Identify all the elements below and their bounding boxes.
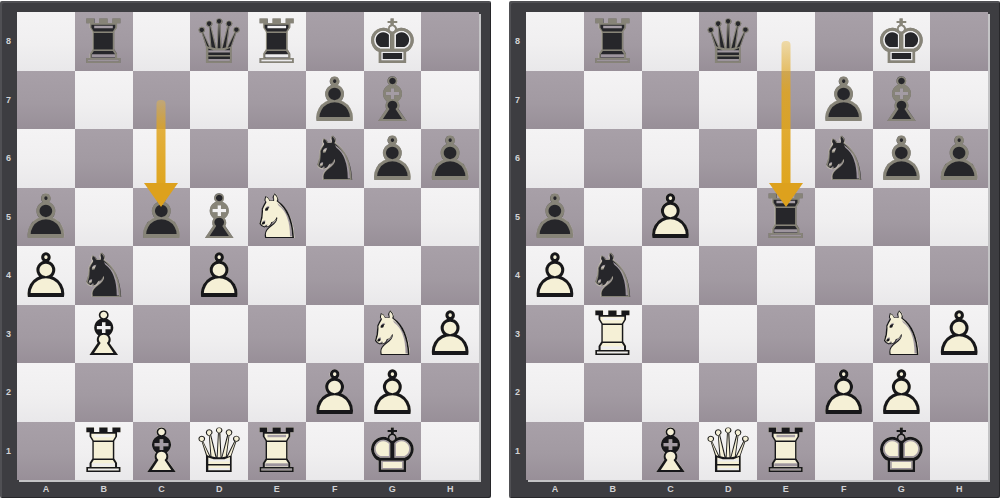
square-f5 bbox=[815, 188, 873, 247]
square-a2 bbox=[17, 363, 75, 422]
square-h2 bbox=[930, 363, 988, 422]
rank-labels: 87654321 bbox=[509, 12, 526, 480]
square-g2: ♟ bbox=[873, 363, 931, 422]
square-h2 bbox=[421, 363, 479, 422]
right-board: 87654321 ABCDEFGH ♜♛♚♟♝♞♟♟♟♟♜♟♞♜♞♟♟♟♝♛♜♚ bbox=[509, 1, 1000, 498]
square-d4: ♟ bbox=[190, 246, 248, 305]
rank-label: 4 bbox=[0, 246, 17, 305]
piece-white-rook: ♜ bbox=[248, 422, 306, 481]
piece-black-pawn: ♟ bbox=[873, 129, 931, 188]
square-h6: ♟ bbox=[930, 129, 988, 188]
move-arrow-shaft bbox=[157, 100, 166, 188]
square-f6: ♞ bbox=[306, 129, 364, 188]
square-e1: ♜ bbox=[248, 422, 306, 481]
square-d4 bbox=[699, 246, 757, 305]
square-a7 bbox=[17, 71, 75, 130]
square-h5 bbox=[421, 188, 479, 247]
square-a4: ♟ bbox=[526, 246, 584, 305]
piece-white-king: ♚ bbox=[364, 422, 422, 481]
square-c1: ♝ bbox=[133, 422, 191, 481]
square-f1 bbox=[815, 422, 873, 481]
square-h8 bbox=[930, 12, 988, 71]
square-d2 bbox=[699, 363, 757, 422]
square-g2: ♟ bbox=[364, 363, 422, 422]
chess-board-grid: ♜♛♜♚♟♝♞♟♟♟♟♝♞♟♞♟♝♞♟♟♟♜♝♛♜♚ bbox=[17, 12, 479, 480]
square-d8: ♛ bbox=[190, 12, 248, 71]
square-b5 bbox=[75, 188, 133, 247]
square-b3: ♜ bbox=[584, 305, 642, 364]
square-c1: ♝ bbox=[642, 422, 700, 481]
square-e6 bbox=[248, 129, 306, 188]
square-g7: ♝ bbox=[364, 71, 422, 130]
piece-white-pawn: ♟ bbox=[642, 188, 700, 247]
move-arrow-shaft bbox=[781, 41, 790, 187]
square-b1 bbox=[584, 422, 642, 481]
square-d5: ♝ bbox=[190, 188, 248, 247]
piece-black-queen: ♛ bbox=[699, 12, 757, 71]
piece-white-rook: ♜ bbox=[757, 422, 815, 481]
square-h1 bbox=[421, 422, 479, 481]
square-f2: ♟ bbox=[815, 363, 873, 422]
piece-white-pawn: ♟ bbox=[815, 363, 873, 422]
rank-label: 4 bbox=[509, 246, 526, 305]
square-g4 bbox=[364, 246, 422, 305]
diagram-pair: 87654321 ABCDEFGH ♜♛♜♚♟♝♞♟♟♟♟♝♞♟♞♟♝♞♟♟♟♜… bbox=[0, 0, 1000, 498]
piece-black-pawn: ♟ bbox=[17, 188, 75, 247]
square-c3 bbox=[642, 305, 700, 364]
rank-label: 1 bbox=[0, 422, 17, 481]
piece-black-pawn: ♟ bbox=[364, 129, 422, 188]
square-c2 bbox=[133, 363, 191, 422]
file-label: B bbox=[584, 480, 642, 498]
piece-white-knight: ♞ bbox=[364, 305, 422, 364]
piece-black-pawn: ♟ bbox=[421, 129, 479, 188]
square-c4 bbox=[133, 246, 191, 305]
square-a8 bbox=[526, 12, 584, 71]
square-d5 bbox=[699, 188, 757, 247]
square-f8 bbox=[815, 12, 873, 71]
rank-label: 2 bbox=[509, 363, 526, 422]
rank-label: 6 bbox=[0, 129, 17, 188]
square-d7 bbox=[699, 71, 757, 130]
file-label: H bbox=[421, 480, 479, 498]
rank-label: 3 bbox=[509, 305, 526, 364]
piece-black-pawn: ♟ bbox=[815, 71, 873, 130]
piece-white-knight: ♞ bbox=[873, 305, 931, 364]
rank-label: 2 bbox=[0, 363, 17, 422]
piece-black-queen: ♛ bbox=[190, 12, 248, 71]
piece-black-rook: ♜ bbox=[584, 12, 642, 71]
square-h3: ♟ bbox=[930, 305, 988, 364]
square-c5: ♟ bbox=[642, 188, 700, 247]
file-label: F bbox=[306, 480, 364, 498]
piece-white-rook: ♜ bbox=[584, 305, 642, 364]
square-f3 bbox=[815, 305, 873, 364]
piece-black-knight: ♞ bbox=[306, 129, 364, 188]
square-h7 bbox=[421, 71, 479, 130]
square-a6 bbox=[17, 129, 75, 188]
square-f7: ♟ bbox=[306, 71, 364, 130]
square-c4 bbox=[642, 246, 700, 305]
square-g3: ♞ bbox=[364, 305, 422, 364]
piece-black-rook: ♜ bbox=[248, 12, 306, 71]
rank-label: 8 bbox=[0, 12, 17, 71]
square-b8: ♜ bbox=[75, 12, 133, 71]
piece-white-bishop: ♝ bbox=[75, 305, 133, 364]
rank-labels: 87654321 bbox=[0, 12, 17, 480]
square-h4 bbox=[930, 246, 988, 305]
square-e4 bbox=[757, 246, 815, 305]
square-f3 bbox=[306, 305, 364, 364]
square-a5: ♟ bbox=[526, 188, 584, 247]
square-e1: ♜ bbox=[757, 422, 815, 481]
left-board: 87654321 ABCDEFGH ♜♛♜♚♟♝♞♟♟♟♟♝♞♟♞♟♝♞♟♟♟♜… bbox=[0, 1, 491, 498]
square-c7 bbox=[642, 71, 700, 130]
piece-white-queen: ♛ bbox=[190, 422, 248, 481]
square-g8: ♚ bbox=[364, 12, 422, 71]
piece-black-knight: ♞ bbox=[584, 246, 642, 305]
square-a8 bbox=[17, 12, 75, 71]
square-c3 bbox=[133, 305, 191, 364]
square-a1 bbox=[17, 422, 75, 481]
rank-label: 7 bbox=[509, 71, 526, 130]
square-a6 bbox=[526, 129, 584, 188]
square-d6 bbox=[190, 129, 248, 188]
square-f8 bbox=[306, 12, 364, 71]
square-b4: ♞ bbox=[584, 246, 642, 305]
square-b2 bbox=[584, 363, 642, 422]
piece-white-king: ♚ bbox=[873, 422, 931, 481]
square-e2 bbox=[248, 363, 306, 422]
square-b8: ♜ bbox=[584, 12, 642, 71]
square-a2 bbox=[526, 363, 584, 422]
piece-white-pawn: ♟ bbox=[17, 246, 75, 305]
square-d1: ♛ bbox=[699, 422, 757, 481]
rank-label: 5 bbox=[0, 188, 17, 247]
square-f4 bbox=[815, 246, 873, 305]
piece-black-knight: ♞ bbox=[815, 129, 873, 188]
piece-white-pawn: ♟ bbox=[190, 246, 248, 305]
square-e4 bbox=[248, 246, 306, 305]
move-arrow-head bbox=[769, 183, 803, 207]
square-a3 bbox=[17, 305, 75, 364]
piece-black-pawn: ♟ bbox=[930, 129, 988, 188]
square-g4 bbox=[873, 246, 931, 305]
square-f6: ♞ bbox=[815, 129, 873, 188]
piece-white-pawn: ♟ bbox=[306, 363, 364, 422]
square-g3: ♞ bbox=[873, 305, 931, 364]
piece-black-king: ♚ bbox=[873, 12, 931, 71]
piece-black-bishop: ♝ bbox=[873, 71, 931, 130]
piece-black-rook: ♜ bbox=[75, 12, 133, 71]
square-a3 bbox=[526, 305, 584, 364]
square-g6: ♟ bbox=[364, 129, 422, 188]
square-g7: ♝ bbox=[873, 71, 931, 130]
square-b1: ♜ bbox=[75, 422, 133, 481]
square-a4: ♟ bbox=[17, 246, 75, 305]
piece-white-pawn: ♟ bbox=[873, 363, 931, 422]
square-g5 bbox=[873, 188, 931, 247]
square-e8: ♜ bbox=[248, 12, 306, 71]
file-label: F bbox=[815, 480, 873, 498]
square-g1: ♚ bbox=[364, 422, 422, 481]
square-d8: ♛ bbox=[699, 12, 757, 71]
piece-white-pawn: ♟ bbox=[930, 305, 988, 364]
square-d2 bbox=[190, 363, 248, 422]
rank-label: 8 bbox=[509, 12, 526, 71]
square-h3: ♟ bbox=[421, 305, 479, 364]
rank-label: 1 bbox=[509, 422, 526, 481]
piece-white-bishop: ♝ bbox=[133, 422, 191, 481]
square-b6 bbox=[75, 129, 133, 188]
square-b2 bbox=[75, 363, 133, 422]
square-h5 bbox=[930, 188, 988, 247]
square-h1 bbox=[930, 422, 988, 481]
square-a5: ♟ bbox=[17, 188, 75, 247]
square-a7 bbox=[526, 71, 584, 130]
square-f5 bbox=[306, 188, 364, 247]
square-c2 bbox=[642, 363, 700, 422]
square-e3 bbox=[757, 305, 815, 364]
square-e7 bbox=[248, 71, 306, 130]
square-e5: ♞ bbox=[248, 188, 306, 247]
square-c6 bbox=[642, 129, 700, 188]
square-e3 bbox=[248, 305, 306, 364]
square-d3 bbox=[699, 305, 757, 364]
square-d1: ♛ bbox=[190, 422, 248, 481]
file-label: H bbox=[930, 480, 988, 498]
square-f1 bbox=[306, 422, 364, 481]
rank-label: 5 bbox=[509, 188, 526, 247]
square-b3: ♝ bbox=[75, 305, 133, 364]
square-b4: ♞ bbox=[75, 246, 133, 305]
piece-white-pawn: ♟ bbox=[526, 246, 584, 305]
square-h4 bbox=[421, 246, 479, 305]
piece-white-knight: ♞ bbox=[248, 188, 306, 247]
square-h8 bbox=[421, 12, 479, 71]
square-c8 bbox=[133, 12, 191, 71]
piece-white-pawn: ♟ bbox=[364, 363, 422, 422]
piece-black-bishop: ♝ bbox=[364, 71, 422, 130]
square-h6: ♟ bbox=[421, 129, 479, 188]
rank-label: 7 bbox=[0, 71, 17, 130]
square-h7 bbox=[930, 71, 988, 130]
piece-black-bishop: ♝ bbox=[190, 188, 248, 247]
rank-label: 6 bbox=[509, 129, 526, 188]
square-f7: ♟ bbox=[815, 71, 873, 130]
piece-black-knight: ♞ bbox=[75, 246, 133, 305]
move-arrow-head bbox=[144, 183, 178, 207]
square-e2 bbox=[757, 363, 815, 422]
rank-label: 3 bbox=[0, 305, 17, 364]
square-g5 bbox=[364, 188, 422, 247]
square-b7 bbox=[75, 71, 133, 130]
square-g6: ♟ bbox=[873, 129, 931, 188]
square-d3 bbox=[190, 305, 248, 364]
square-g8: ♚ bbox=[873, 12, 931, 71]
square-d7 bbox=[190, 71, 248, 130]
square-f2: ♟ bbox=[306, 363, 364, 422]
piece-black-pawn: ♟ bbox=[306, 71, 364, 130]
piece-black-pawn: ♟ bbox=[526, 188, 584, 247]
piece-white-pawn: ♟ bbox=[421, 305, 479, 364]
square-g1: ♚ bbox=[873, 422, 931, 481]
piece-white-bishop: ♝ bbox=[642, 422, 700, 481]
square-f4 bbox=[306, 246, 364, 305]
square-a1 bbox=[526, 422, 584, 481]
piece-white-rook: ♜ bbox=[75, 422, 133, 481]
square-d6 bbox=[699, 129, 757, 188]
square-c8 bbox=[642, 12, 700, 71]
file-label: A bbox=[17, 480, 75, 498]
piece-black-king: ♚ bbox=[364, 12, 422, 71]
square-b7 bbox=[584, 71, 642, 130]
chess-board-grid: ♜♛♚♟♝♞♟♟♟♟♜♟♞♜♞♟♟♟♝♛♜♚ bbox=[526, 12, 988, 480]
file-label: A bbox=[526, 480, 584, 498]
piece-white-queen: ♛ bbox=[699, 422, 757, 481]
square-b5 bbox=[584, 188, 642, 247]
square-b6 bbox=[584, 129, 642, 188]
